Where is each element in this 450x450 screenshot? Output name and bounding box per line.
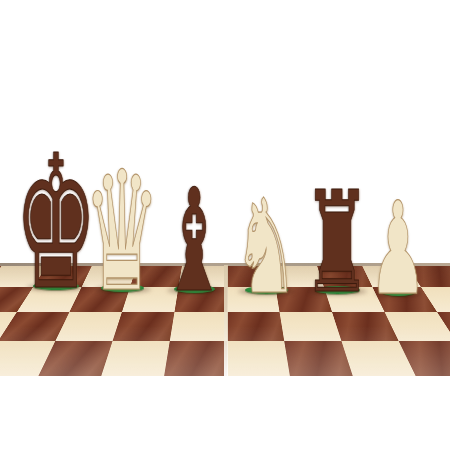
piece-light-queen: ♛ <box>84 150 161 315</box>
chess-set-photo: ♚ ♛ ♝ ♞ ♜ ♟ <box>0 0 450 450</box>
board-square <box>101 341 170 376</box>
piece-light-pawn: ♟ <box>369 185 426 313</box>
piece-light-knight: ♞ <box>233 182 298 312</box>
board-square <box>164 341 227 376</box>
board-square <box>227 341 290 376</box>
piece-dark-bishop: ♝ <box>161 170 227 312</box>
piece-dark-rook: ♜ <box>302 173 371 313</box>
